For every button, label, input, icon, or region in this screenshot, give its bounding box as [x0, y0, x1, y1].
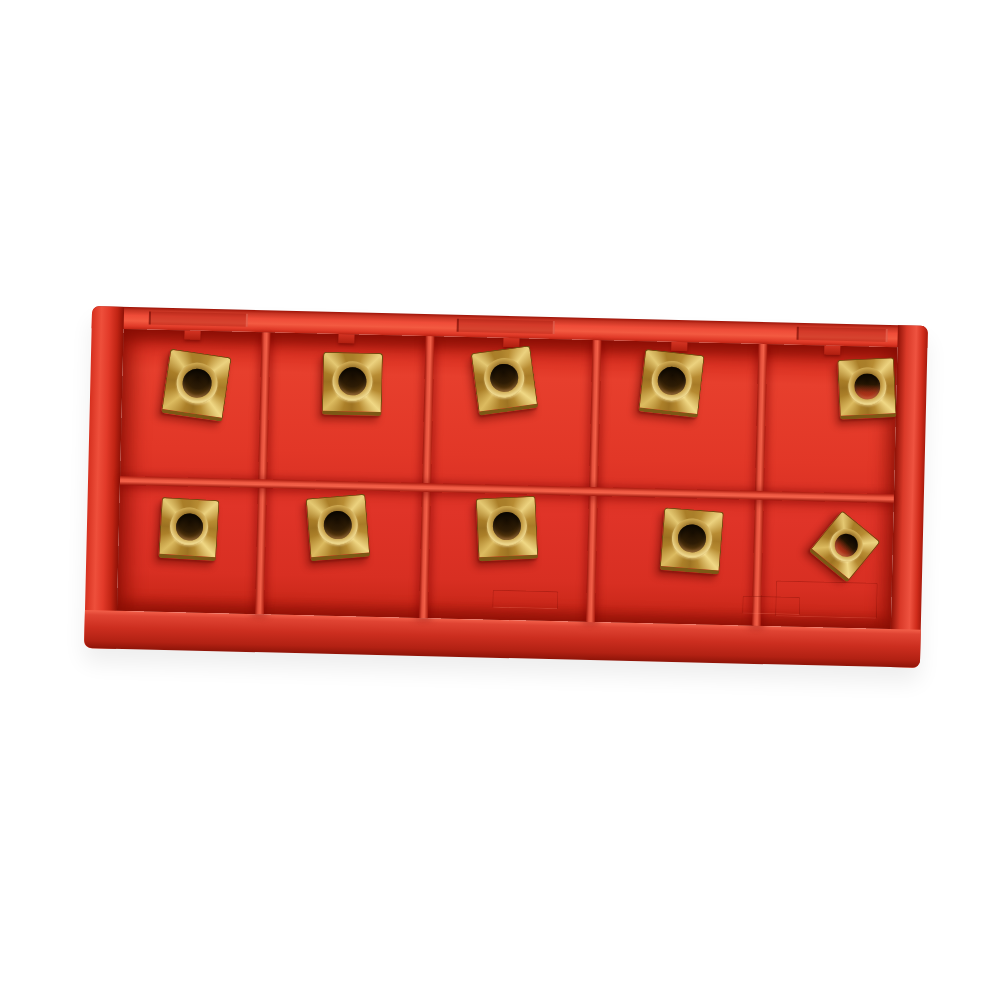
latch-tab-4 [671, 342, 687, 351]
floor-mold-mark-1 [492, 590, 558, 610]
carbide-insert-r1c2 [322, 352, 383, 416]
insert-storage-tray [84, 306, 928, 668]
carbide-insert-r2c1 [158, 497, 219, 561]
carbide-insert-r1c5 [837, 357, 897, 420]
photo-stage [0, 0, 1001, 1001]
carbide-insert-r2c3 [476, 496, 539, 562]
lid-notch-2 [457, 319, 555, 334]
lid-notch-3 [797, 327, 888, 342]
insert-screw-hole [175, 512, 204, 541]
latch-tab-5 [824, 345, 840, 354]
carbide-insert-r1c4 [638, 349, 705, 418]
latch-tab-2 [338, 334, 354, 343]
carbide-insert-r2c2 [306, 494, 371, 562]
carbide-insert-r1c1 [161, 349, 232, 422]
latch-tab-1 [184, 330, 200, 339]
lid-notch-1 [149, 312, 248, 327]
carbide-insert-r1c3 [471, 345, 539, 415]
carbide-insert-r2c4 [659, 507, 724, 574]
floor-mold-mark-3 [775, 580, 878, 618]
